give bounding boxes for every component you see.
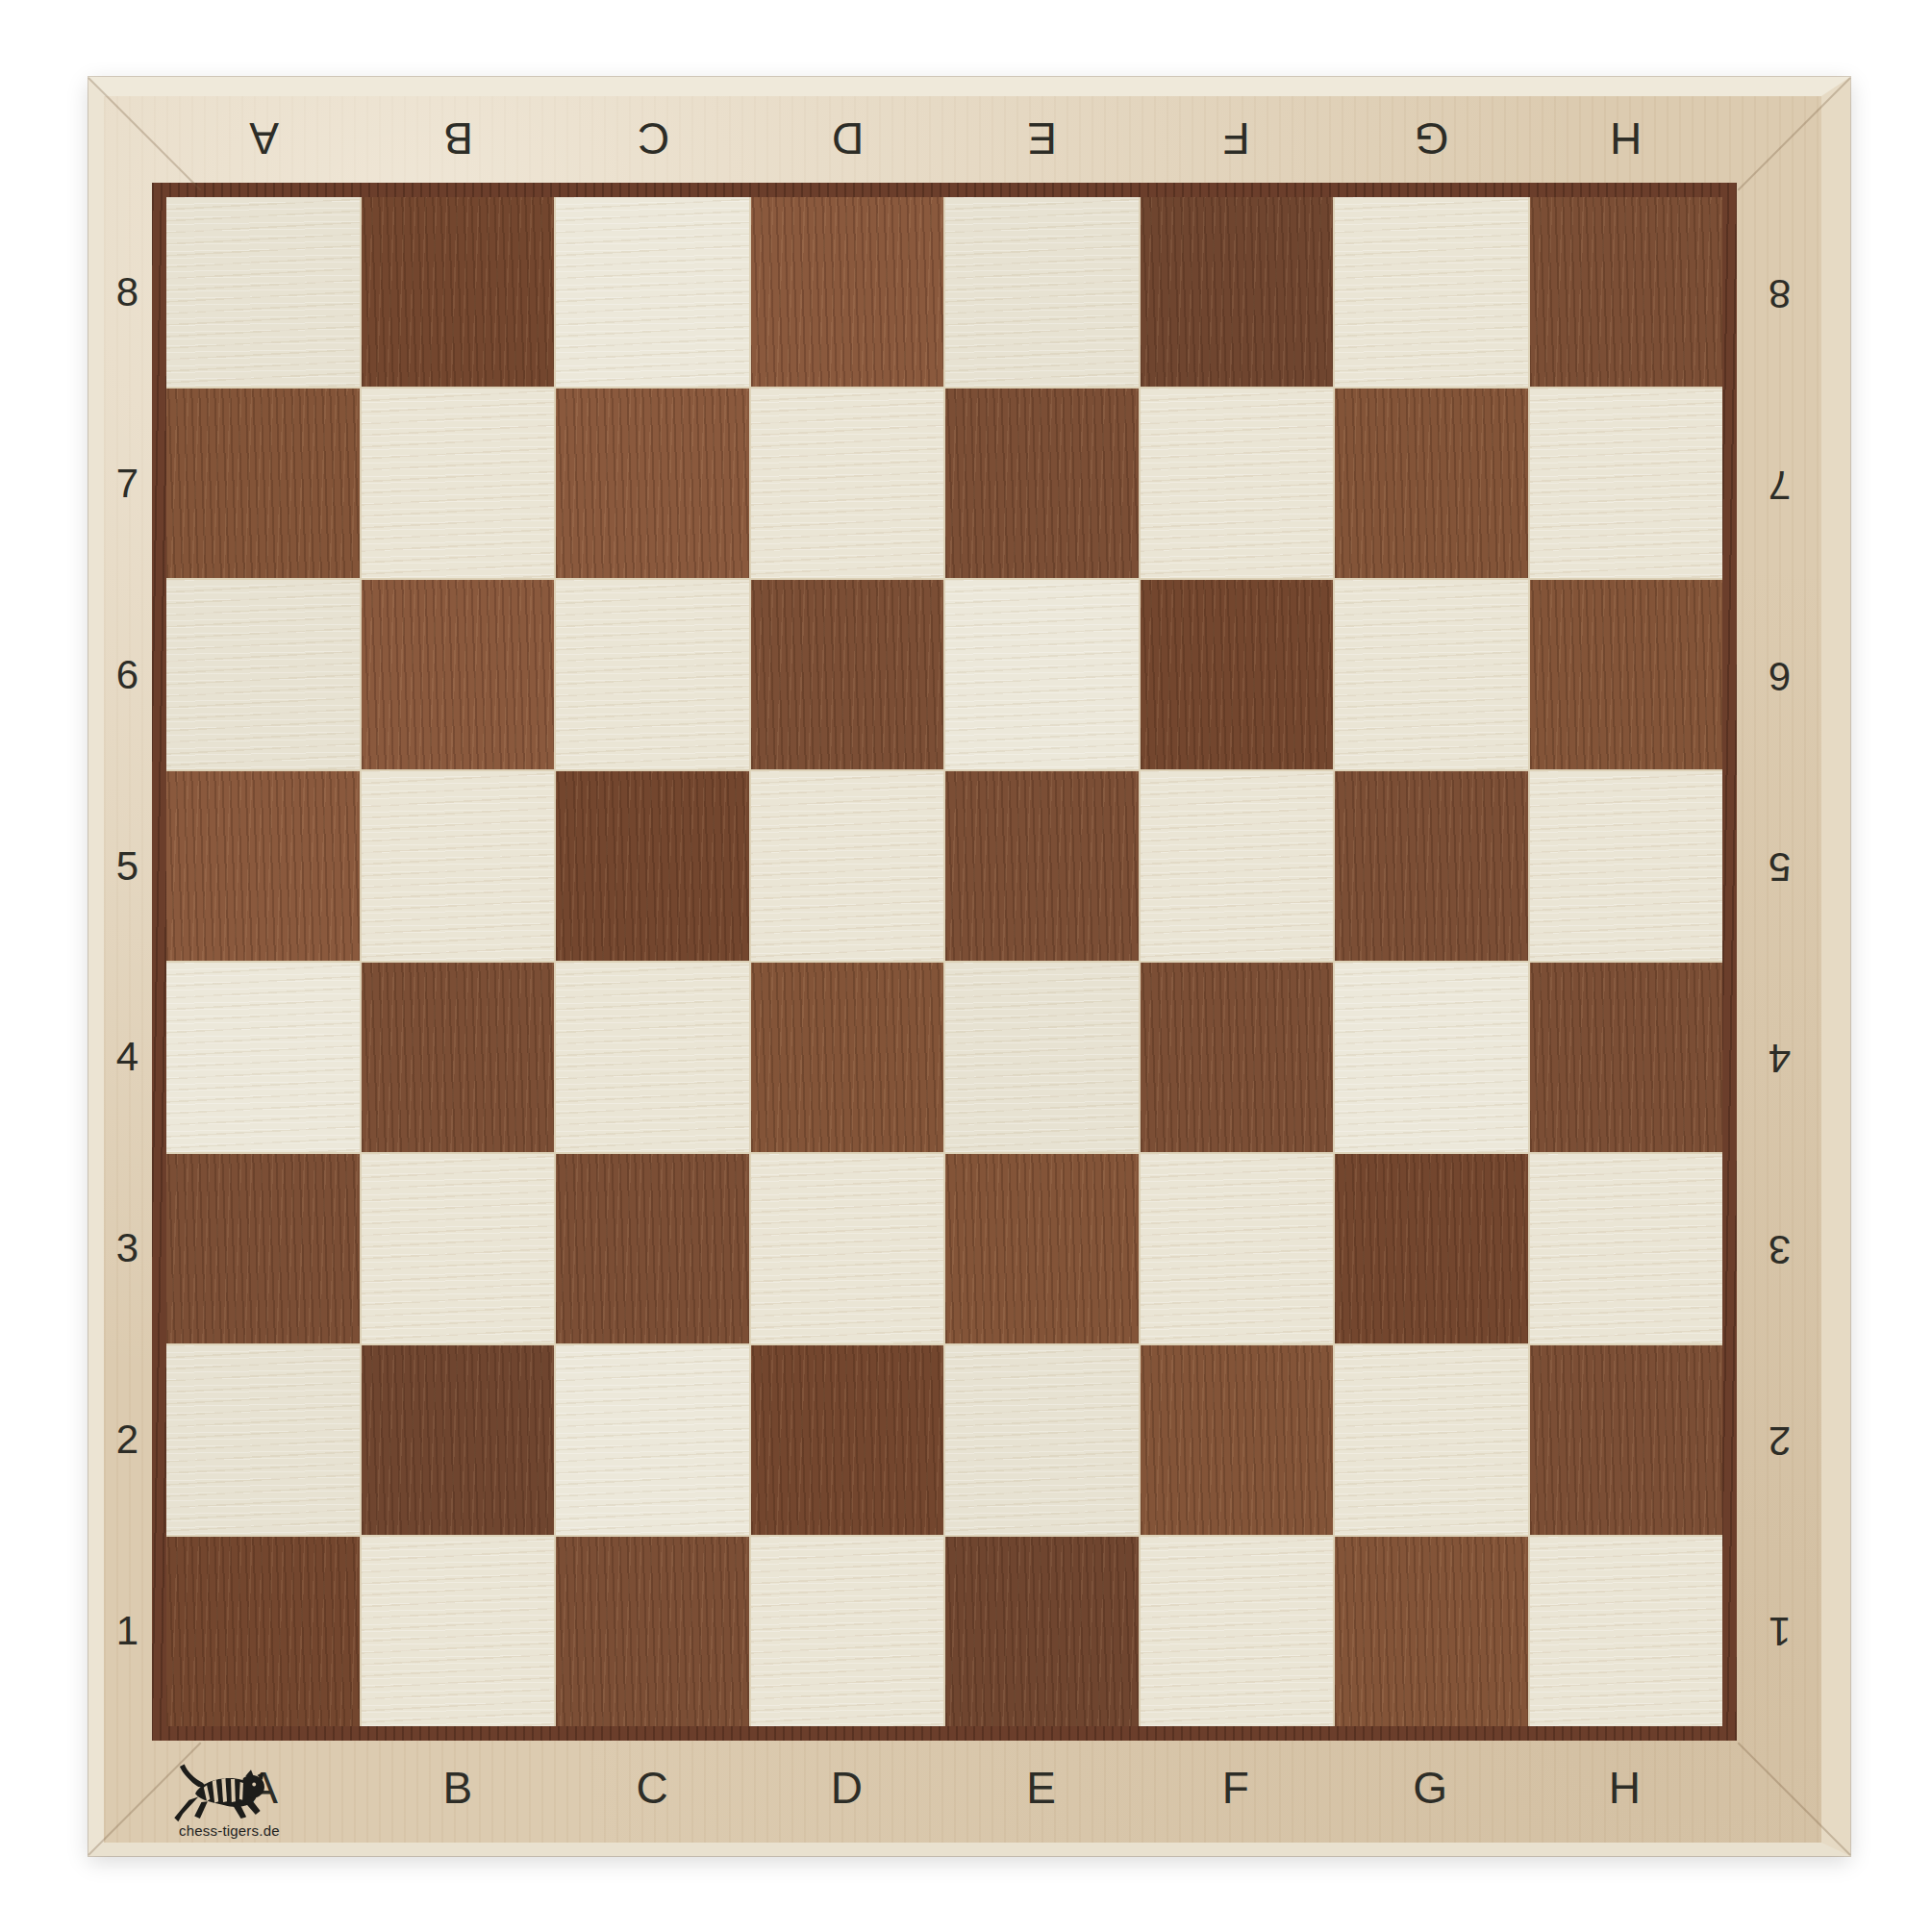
square-g3[interactable] <box>1335 1154 1528 1343</box>
square-a6[interactable] <box>166 580 360 769</box>
rank-label-3: 3 <box>104 1153 152 1344</box>
square-f2[interactable] <box>1141 1345 1334 1535</box>
square-d4[interactable] <box>751 963 944 1152</box>
square-f1[interactable] <box>1141 1537 1334 1726</box>
square-e3[interactable] <box>945 1154 1139 1343</box>
logo-text: chess-tigers.de <box>179 1822 280 1839</box>
square-g8[interactable] <box>1335 197 1528 387</box>
square-h3[interactable] <box>1530 1154 1723 1343</box>
rank-label-4: 4 <box>1737 962 1821 1153</box>
file-label-g: G <box>1334 1744 1528 1831</box>
file-label-c: C <box>556 1744 750 1831</box>
square-b6[interactable] <box>362 580 555 769</box>
rank-label-2: 2 <box>104 1344 152 1536</box>
file-label-g: G <box>1334 100 1528 177</box>
square-h6[interactable] <box>1530 580 1723 769</box>
file-label-f: F <box>1139 1744 1333 1831</box>
file-label-d: D <box>750 1744 944 1831</box>
file-labels-top: ABCDEFGH <box>166 100 1722 177</box>
chessboard-grid <box>166 197 1722 1726</box>
square-e5[interactable] <box>945 771 1139 961</box>
file-label-c: C <box>556 100 750 177</box>
chess-board: ABCDEFGH ABCDEFGH 87654321 87654321 <box>88 77 1850 1856</box>
square-b1[interactable] <box>362 1537 555 1726</box>
square-g2[interactable] <box>1335 1345 1528 1535</box>
square-d1[interactable] <box>751 1537 944 1726</box>
square-d5[interactable] <box>751 771 944 961</box>
file-label-a: A <box>166 100 361 177</box>
square-c8[interactable] <box>556 197 749 387</box>
rank-label-1: 1 <box>104 1535 152 1726</box>
rank-label-6: 6 <box>1737 580 1821 771</box>
rank-label-1: 1 <box>1737 1535 1821 1726</box>
rank-label-5: 5 <box>1737 770 1821 962</box>
rank-label-2: 2 <box>1737 1344 1821 1536</box>
square-e6[interactable] <box>945 580 1139 769</box>
square-a5[interactable] <box>166 771 360 961</box>
file-label-d: D <box>750 100 944 177</box>
inner-border <box>152 183 1737 1741</box>
square-b3[interactable] <box>362 1154 555 1343</box>
square-d7[interactable] <box>751 389 944 578</box>
file-label-h: H <box>1528 100 1722 177</box>
square-a7[interactable] <box>166 389 360 578</box>
square-h7[interactable] <box>1530 389 1723 578</box>
square-g7[interactable] <box>1335 389 1528 578</box>
square-g6[interactable] <box>1335 580 1528 769</box>
square-c2[interactable] <box>556 1345 749 1535</box>
square-d6[interactable] <box>751 580 944 769</box>
square-a1[interactable] <box>166 1537 360 1726</box>
square-d3[interactable] <box>751 1154 944 1343</box>
square-c1[interactable] <box>556 1537 749 1726</box>
square-g5[interactable] <box>1335 771 1528 961</box>
frame-mitre-seam <box>1738 77 1851 190</box>
square-e4[interactable] <box>945 963 1139 1152</box>
frame-mitre-seam <box>1738 1743 1851 1856</box>
square-h5[interactable] <box>1530 771 1723 961</box>
file-labels-bottom: ABCDEFGH <box>166 1744 1722 1831</box>
rank-label-6: 6 <box>104 580 152 771</box>
square-e1[interactable] <box>945 1537 1139 1726</box>
rank-labels-left: 87654321 <box>104 197 152 1726</box>
square-b8[interactable] <box>362 197 555 387</box>
rank-label-7: 7 <box>104 389 152 580</box>
square-d2[interactable] <box>751 1345 944 1535</box>
square-h8[interactable] <box>1530 197 1723 387</box>
file-label-e: E <box>944 100 1139 177</box>
square-e8[interactable] <box>945 197 1139 387</box>
square-e2[interactable] <box>945 1345 1139 1535</box>
square-a8[interactable] <box>166 197 360 387</box>
rank-label-5: 5 <box>104 770 152 962</box>
square-h2[interactable] <box>1530 1345 1723 1535</box>
rank-label-4: 4 <box>104 962 152 1153</box>
file-label-f: F <box>1139 100 1333 177</box>
rank-label-3: 3 <box>1737 1153 1821 1344</box>
square-a4[interactable] <box>166 963 360 1152</box>
square-b5[interactable] <box>362 771 555 961</box>
square-c3[interactable] <box>556 1154 749 1343</box>
square-f6[interactable] <box>1141 580 1334 769</box>
square-c7[interactable] <box>556 389 749 578</box>
square-b4[interactable] <box>362 963 555 1152</box>
square-f4[interactable] <box>1141 963 1334 1152</box>
square-c5[interactable] <box>556 771 749 961</box>
tiger-logo-icon <box>169 1763 277 1826</box>
square-f5[interactable] <box>1141 771 1334 961</box>
square-g4[interactable] <box>1335 963 1528 1152</box>
file-label-e: E <box>944 1744 1139 1831</box>
square-c6[interactable] <box>556 580 749 769</box>
file-label-b: B <box>361 100 555 177</box>
square-e7[interactable] <box>945 389 1139 578</box>
square-c4[interactable] <box>556 963 749 1152</box>
square-a2[interactable] <box>166 1345 360 1535</box>
square-b7[interactable] <box>362 389 555 578</box>
square-f8[interactable] <box>1141 197 1334 387</box>
square-g1[interactable] <box>1335 1537 1528 1726</box>
square-h4[interactable] <box>1530 963 1723 1152</box>
square-a3[interactable] <box>166 1154 360 1343</box>
file-label-b: B <box>361 1744 555 1831</box>
square-b2[interactable] <box>362 1345 555 1535</box>
file-label-h: H <box>1528 1744 1722 1831</box>
rank-label-8: 8 <box>1737 197 1821 389</box>
square-h1[interactable] <box>1530 1537 1723 1726</box>
square-d8[interactable] <box>751 197 944 387</box>
rank-label-7: 7 <box>1737 389 1821 580</box>
square-f7[interactable] <box>1141 389 1334 578</box>
rank-label-8: 8 <box>104 197 152 389</box>
square-f3[interactable] <box>1141 1154 1334 1343</box>
rank-labels-right: 87654321 <box>1737 197 1821 1726</box>
